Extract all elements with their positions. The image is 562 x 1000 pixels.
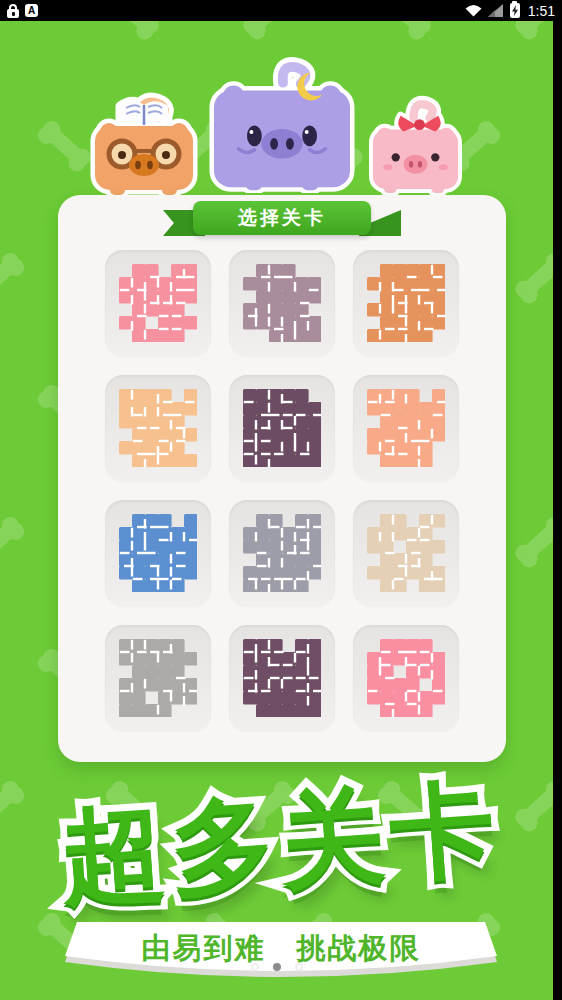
- input-method-a-icon: A: [25, 4, 38, 17]
- bow-pig-character[interactable]: [368, 94, 463, 197]
- maze-thumbnail: [119, 264, 197, 342]
- cell-signal-icon: [488, 4, 503, 17]
- level-card-1[interactable]: [105, 250, 211, 356]
- panel-title: 选择关卡: [193, 201, 371, 235]
- maze-thumbnail: [243, 639, 321, 717]
- bone-icon: [0, 257, 18, 298]
- level-card-6[interactable]: [353, 375, 459, 481]
- bone-icon: [0, 521, 18, 562]
- wifi-icon: [465, 4, 482, 17]
- scholar-pig-character[interactable]: [88, 90, 200, 200]
- clock-text: 1:51: [528, 3, 555, 19]
- screen-edge-strip: [553, 0, 562, 1000]
- lock-icon: [7, 4, 19, 18]
- page-dot-2: [273, 963, 281, 971]
- level-card-8[interactable]: [229, 500, 335, 606]
- level-card-9[interactable]: [353, 500, 459, 606]
- level-select-panel: 选择关卡: [58, 195, 506, 762]
- maze-thumbnail: [119, 639, 197, 717]
- maze-thumbnail: [367, 514, 445, 592]
- page-dot-3: [295, 963, 303, 971]
- maze-thumbnail: [243, 514, 321, 592]
- moon-pig-character[interactable]: [208, 57, 356, 193]
- panel-title-ribbon: 选择关卡: [193, 201, 371, 235]
- battery-charging-icon: [510, 3, 520, 18]
- maze-thumbnail: [243, 389, 321, 467]
- bone-icon: [44, 125, 87, 166]
- page-indicator: [0, 963, 553, 971]
- subtitle-banner: 由易到难 挑战极限: [61, 912, 501, 988]
- level-card-11[interactable]: [229, 625, 335, 731]
- level-grid: [105, 250, 459, 731]
- maze-thumbnail: [367, 264, 445, 342]
- level-card-5[interactable]: [229, 375, 335, 481]
- maze-thumbnail: [119, 514, 197, 592]
- bone-icon: [0, 785, 18, 826]
- maze-thumbnail: [367, 389, 445, 467]
- page-dot-1: [251, 963, 259, 971]
- level-card-10[interactable]: [105, 625, 211, 731]
- level-card-12[interactable]: [353, 625, 459, 731]
- level-card-2[interactable]: [229, 250, 335, 356]
- maze-thumbnail: [119, 389, 197, 467]
- app-screen: A 1:51: [0, 0, 562, 1000]
- maze-thumbnail: [367, 639, 445, 717]
- maze-thumbnail: [243, 264, 321, 342]
- level-card-7[interactable]: [105, 500, 211, 606]
- status-bar: A 1:51: [0, 0, 562, 21]
- level-card-4[interactable]: [105, 375, 211, 481]
- level-card-3[interactable]: [353, 250, 459, 356]
